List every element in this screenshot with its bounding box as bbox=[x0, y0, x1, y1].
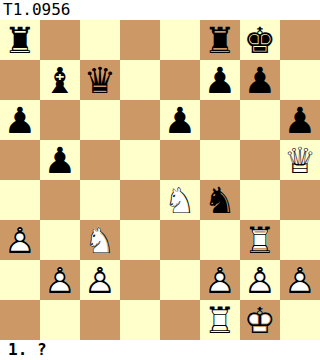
piece-outline-glyph: ♔ bbox=[240, 300, 280, 340]
piece-black-pawn: ♟ bbox=[200, 60, 240, 100]
piece-black-pawn: ♟ bbox=[0, 100, 40, 140]
piece-white-knight: ♞♘ bbox=[160, 180, 200, 220]
square-a1[interactable] bbox=[0, 300, 40, 340]
square-a7[interactable] bbox=[0, 60, 40, 100]
square-h5[interactable]: ♛♕ bbox=[280, 140, 320, 180]
square-g6[interactable] bbox=[240, 100, 280, 140]
square-h2[interactable]: ♟♙ bbox=[280, 260, 320, 300]
square-e5[interactable] bbox=[160, 140, 200, 180]
square-g1[interactable]: ♚♔ bbox=[240, 300, 280, 340]
piece-outline-glyph: ♙ bbox=[200, 260, 240, 300]
square-d6[interactable] bbox=[120, 100, 160, 140]
piece-white-pawn: ♟♙ bbox=[80, 260, 120, 300]
piece-white-rook: ♜♖ bbox=[200, 300, 240, 340]
square-e1[interactable] bbox=[160, 300, 200, 340]
piece-fill-glyph: ♛ bbox=[80, 60, 120, 100]
square-f1[interactable]: ♜♖ bbox=[200, 300, 240, 340]
square-e4[interactable]: ♞♘ bbox=[160, 180, 200, 220]
square-b5[interactable]: ♟ bbox=[40, 140, 80, 180]
square-h1[interactable] bbox=[280, 300, 320, 340]
square-h7[interactable] bbox=[280, 60, 320, 100]
tactics-puzzle-window: T1.0956 ♜♜♚♝♛♟♟♟♟♟♟♛♕♞♘♞♟♙♞♘♜♖♟♙♟♙♟♙♟♙♟♙… bbox=[0, 0, 320, 360]
piece-fill-glyph: ♟ bbox=[0, 100, 40, 140]
square-d7[interactable] bbox=[120, 60, 160, 100]
square-d3[interactable] bbox=[120, 220, 160, 260]
piece-fill-glyph: ♝ bbox=[40, 60, 80, 100]
square-g5[interactable] bbox=[240, 140, 280, 180]
piece-black-bishop: ♝ bbox=[40, 60, 80, 100]
square-c6[interactable] bbox=[80, 100, 120, 140]
square-f6[interactable] bbox=[200, 100, 240, 140]
piece-fill-glyph: ♟ bbox=[240, 60, 280, 100]
piece-fill-glyph: ♜ bbox=[200, 20, 240, 60]
piece-black-king: ♚ bbox=[240, 20, 280, 60]
square-b8[interactable] bbox=[40, 20, 80, 60]
square-f4[interactable]: ♞ bbox=[200, 180, 240, 220]
square-f2[interactable]: ♟♙ bbox=[200, 260, 240, 300]
piece-outline-glyph: ♙ bbox=[40, 260, 80, 300]
square-h6[interactable]: ♟ bbox=[280, 100, 320, 140]
chess-board: ♜♜♚♝♛♟♟♟♟♟♟♛♕♞♘♞♟♙♞♘♜♖♟♙♟♙♟♙♟♙♟♙♜♖♚♔ bbox=[0, 20, 320, 340]
square-f7[interactable]: ♟ bbox=[200, 60, 240, 100]
square-f3[interactable] bbox=[200, 220, 240, 260]
puzzle-id-title: T1.0956 bbox=[0, 0, 320, 20]
piece-black-pawn: ♟ bbox=[40, 140, 80, 180]
piece-black-queen: ♛ bbox=[80, 60, 120, 100]
piece-white-pawn: ♟♙ bbox=[200, 260, 240, 300]
square-b7[interactable]: ♝ bbox=[40, 60, 80, 100]
square-g7[interactable]: ♟ bbox=[240, 60, 280, 100]
piece-fill-glyph: ♜ bbox=[0, 20, 40, 60]
piece-white-king: ♚♔ bbox=[240, 300, 280, 340]
square-c7[interactable]: ♛ bbox=[80, 60, 120, 100]
square-c8[interactable] bbox=[80, 20, 120, 60]
square-f8[interactable]: ♜ bbox=[200, 20, 240, 60]
square-g2[interactable]: ♟♙ bbox=[240, 260, 280, 300]
piece-black-knight: ♞ bbox=[200, 180, 240, 220]
piece-outline-glyph: ♘ bbox=[80, 220, 120, 260]
square-d8[interactable] bbox=[120, 20, 160, 60]
piece-outline-glyph: ♙ bbox=[280, 260, 320, 300]
square-d4[interactable] bbox=[120, 180, 160, 220]
piece-black-rook: ♜ bbox=[200, 20, 240, 60]
piece-fill-glyph: ♚ bbox=[240, 20, 280, 60]
square-c5[interactable] bbox=[80, 140, 120, 180]
square-g3[interactable]: ♜♖ bbox=[240, 220, 280, 260]
piece-outline-glyph: ♖ bbox=[240, 220, 280, 260]
square-h3[interactable] bbox=[280, 220, 320, 260]
square-e8[interactable] bbox=[160, 20, 200, 60]
piece-white-queen: ♛♕ bbox=[280, 140, 320, 180]
piece-fill-glyph: ♟ bbox=[200, 60, 240, 100]
square-f5[interactable] bbox=[200, 140, 240, 180]
square-e6[interactable]: ♟ bbox=[160, 100, 200, 140]
piece-black-rook: ♜ bbox=[0, 20, 40, 60]
square-a5[interactable] bbox=[0, 140, 40, 180]
square-h8[interactable] bbox=[280, 20, 320, 60]
piece-white-knight: ♞♘ bbox=[80, 220, 120, 260]
square-b3[interactable] bbox=[40, 220, 80, 260]
square-b6[interactable] bbox=[40, 100, 80, 140]
square-a6[interactable]: ♟ bbox=[0, 100, 40, 140]
square-b1[interactable] bbox=[40, 300, 80, 340]
square-h4[interactable] bbox=[280, 180, 320, 220]
square-d2[interactable] bbox=[120, 260, 160, 300]
piece-white-pawn: ♟♙ bbox=[240, 260, 280, 300]
piece-fill-glyph: ♞ bbox=[200, 180, 240, 220]
piece-black-pawn: ♟ bbox=[280, 100, 320, 140]
piece-fill-glyph: ♟ bbox=[280, 100, 320, 140]
piece-fill-glyph: ♟ bbox=[160, 100, 200, 140]
piece-black-pawn: ♟ bbox=[160, 100, 200, 140]
piece-white-pawn: ♟♙ bbox=[40, 260, 80, 300]
square-b4[interactable] bbox=[40, 180, 80, 220]
square-g8[interactable]: ♚ bbox=[240, 20, 280, 60]
piece-outline-glyph: ♙ bbox=[80, 260, 120, 300]
square-c1[interactable] bbox=[80, 300, 120, 340]
square-c2[interactable]: ♟♙ bbox=[80, 260, 120, 300]
piece-white-pawn: ♟♙ bbox=[0, 220, 40, 260]
piece-white-pawn: ♟♙ bbox=[280, 260, 320, 300]
piece-outline-glyph: ♙ bbox=[240, 260, 280, 300]
square-c4[interactable] bbox=[80, 180, 120, 220]
piece-outline-glyph: ♖ bbox=[200, 300, 240, 340]
piece-outline-glyph: ♙ bbox=[0, 220, 40, 260]
square-a4[interactable] bbox=[0, 180, 40, 220]
square-e2[interactable] bbox=[160, 260, 200, 300]
square-d1[interactable] bbox=[120, 300, 160, 340]
piece-outline-glyph: ♘ bbox=[160, 180, 200, 220]
square-d5[interactable] bbox=[120, 140, 160, 180]
square-b2[interactable]: ♟♙ bbox=[40, 260, 80, 300]
piece-outline-glyph: ♕ bbox=[280, 140, 320, 180]
square-a8[interactable]: ♜ bbox=[0, 20, 40, 60]
square-c3[interactable]: ♞♘ bbox=[80, 220, 120, 260]
move-prompt: 1. ? bbox=[0, 340, 320, 360]
piece-white-rook: ♜♖ bbox=[240, 220, 280, 260]
square-a2[interactable] bbox=[0, 260, 40, 300]
square-e3[interactable] bbox=[160, 220, 200, 260]
square-g4[interactable] bbox=[240, 180, 280, 220]
square-a3[interactable]: ♟♙ bbox=[0, 220, 40, 260]
square-e7[interactable] bbox=[160, 60, 200, 100]
piece-fill-glyph: ♟ bbox=[40, 140, 80, 180]
piece-black-pawn: ♟ bbox=[240, 60, 280, 100]
